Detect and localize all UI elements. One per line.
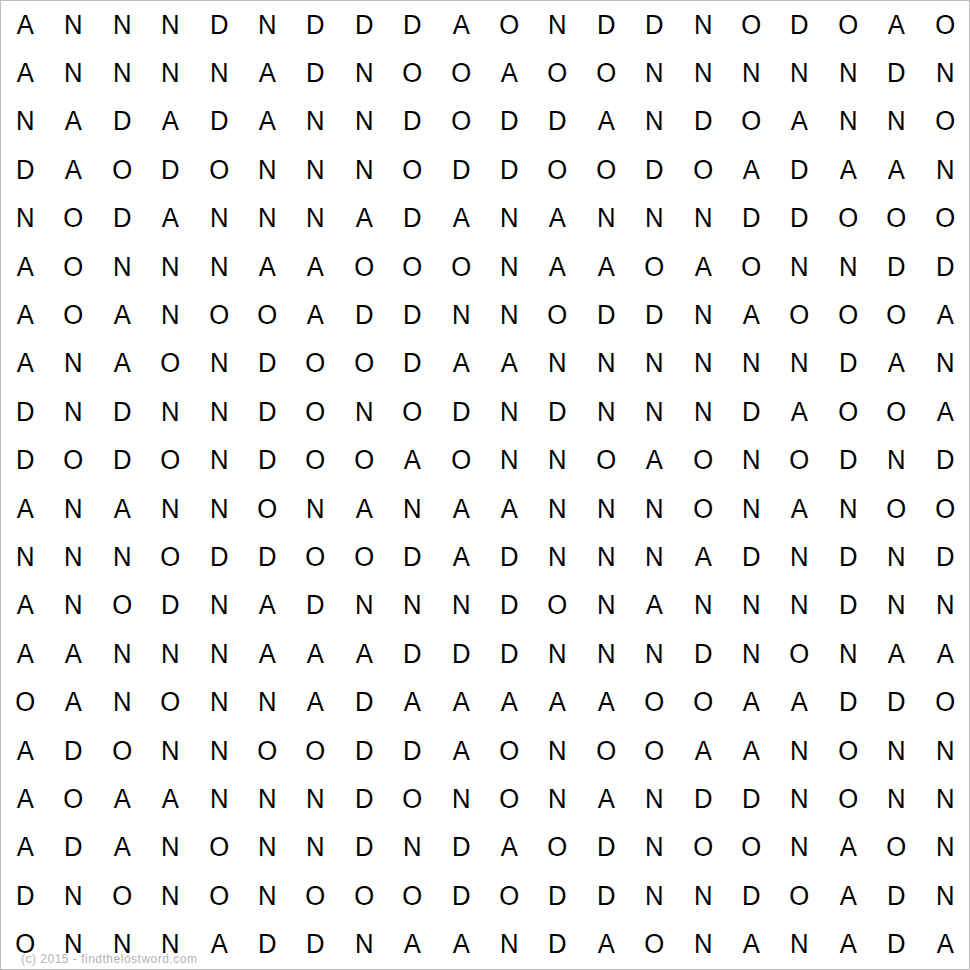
grid-cell[interactable]: N bbox=[147, 824, 193, 872]
grid-cell[interactable]: N bbox=[922, 824, 968, 872]
grid-cell[interactable]: N bbox=[244, 679, 290, 727]
grid-cell[interactable]: N bbox=[51, 388, 97, 436]
grid-cell[interactable]: O bbox=[873, 195, 919, 243]
grid-cell[interactable]: O bbox=[51, 195, 97, 243]
grid-cell[interactable]: N bbox=[535, 775, 581, 823]
grid-cell[interactable]: A bbox=[341, 630, 387, 678]
grid-cell[interactable]: N bbox=[341, 49, 387, 97]
grid-cell[interactable]: N bbox=[825, 49, 871, 97]
grid-cell[interactable]: D bbox=[583, 872, 629, 920]
grid-cell[interactable]: N bbox=[341, 388, 387, 436]
grid-cell[interactable]: A bbox=[922, 630, 968, 678]
grid-cell[interactable]: N bbox=[293, 485, 339, 533]
grid-cell[interactable]: O bbox=[535, 49, 581, 97]
grid-cell[interactable]: O bbox=[51, 437, 97, 485]
grid-cell[interactable]: N bbox=[728, 49, 774, 97]
grid-cell[interactable]: N bbox=[631, 340, 677, 388]
grid-cell[interactable]: N bbox=[728, 340, 774, 388]
grid-cell[interactable]: D bbox=[196, 1, 242, 49]
grid-cell[interactable]: N bbox=[244, 146, 290, 194]
grid-cell[interactable]: D bbox=[99, 195, 145, 243]
grid-cell[interactable]: A bbox=[341, 195, 387, 243]
grid-cell[interactable]: N bbox=[825, 98, 871, 146]
grid-cell[interactable]: O bbox=[777, 630, 823, 678]
grid-cell[interactable]: A bbox=[2, 630, 48, 678]
grid-cell[interactable]: O bbox=[777, 291, 823, 339]
grid-cell[interactable]: O bbox=[631, 679, 677, 727]
grid-cell[interactable]: A bbox=[244, 49, 290, 97]
grid-cell[interactable]: N bbox=[922, 872, 968, 920]
grid-cell[interactable]: D bbox=[486, 630, 532, 678]
grid-cell[interactable]: N bbox=[196, 485, 242, 533]
grid-cell[interactable]: N bbox=[631, 388, 677, 436]
grid-cell[interactable]: A bbox=[438, 1, 484, 49]
grid-cell[interactable]: N bbox=[583, 582, 629, 630]
grid-cell[interactable]: D bbox=[438, 872, 484, 920]
grid-cell[interactable]: D bbox=[873, 679, 919, 727]
grid-cell[interactable]: A bbox=[438, 727, 484, 775]
grid-cell[interactable]: O bbox=[389, 146, 435, 194]
grid-cell[interactable]: D bbox=[922, 243, 968, 291]
grid-cell[interactable]: A bbox=[777, 485, 823, 533]
grid-cell[interactable]: N bbox=[147, 872, 193, 920]
grid-cell[interactable]: O bbox=[341, 533, 387, 581]
grid-cell[interactable]: D bbox=[2, 146, 48, 194]
grid-cell[interactable]: N bbox=[922, 340, 968, 388]
grid-cell[interactable]: D bbox=[244, 437, 290, 485]
grid-cell[interactable]: A bbox=[535, 195, 581, 243]
grid-cell[interactable]: N bbox=[777, 340, 823, 388]
grid-cell[interactable]: A bbox=[825, 824, 871, 872]
grid-cell[interactable]: O bbox=[486, 1, 532, 49]
grid-cell[interactable]: N bbox=[486, 243, 532, 291]
grid-cell[interactable]: N bbox=[147, 630, 193, 678]
grid-cell[interactable]: O bbox=[389, 243, 435, 291]
grid-cell[interactable]: N bbox=[631, 485, 677, 533]
grid-cell[interactable]: A bbox=[99, 485, 145, 533]
grid-cell[interactable]: N bbox=[777, 775, 823, 823]
grid-cell[interactable]: O bbox=[583, 437, 629, 485]
grid-cell[interactable]: N bbox=[631, 824, 677, 872]
grid-cell[interactable]: O bbox=[293, 340, 339, 388]
grid-cell[interactable]: A bbox=[825, 146, 871, 194]
grid-cell[interactable]: N bbox=[680, 291, 726, 339]
grid-cell[interactable]: A bbox=[922, 291, 968, 339]
grid-cell[interactable]: N bbox=[825, 243, 871, 291]
grid-cell[interactable]: O bbox=[99, 872, 145, 920]
grid-cell[interactable]: N bbox=[99, 243, 145, 291]
grid-cell[interactable]: O bbox=[680, 146, 726, 194]
grid-cell[interactable]: D bbox=[631, 291, 677, 339]
grid-cell[interactable]: D bbox=[583, 1, 629, 49]
grid-cell[interactable]: O bbox=[389, 388, 435, 436]
grid-cell[interactable]: A bbox=[389, 679, 435, 727]
grid-cell[interactable]: D bbox=[147, 582, 193, 630]
grid-cell[interactable]: A bbox=[535, 679, 581, 727]
grid-cell[interactable]: O bbox=[244, 291, 290, 339]
grid-cell[interactable]: D bbox=[873, 243, 919, 291]
grid-cell[interactable]: D bbox=[99, 388, 145, 436]
grid-cell[interactable]: A bbox=[51, 146, 97, 194]
grid-cell[interactable]: D bbox=[728, 775, 774, 823]
grid-cell[interactable]: A bbox=[777, 679, 823, 727]
grid-cell[interactable]: N bbox=[680, 582, 726, 630]
grid-cell[interactable]: A bbox=[293, 630, 339, 678]
grid-cell[interactable]: O bbox=[244, 485, 290, 533]
grid-cell[interactable]: A bbox=[535, 243, 581, 291]
grid-cell[interactable]: N bbox=[825, 630, 871, 678]
grid-cell[interactable]: N bbox=[147, 243, 193, 291]
grid-cell[interactable]: A bbox=[244, 98, 290, 146]
grid-cell[interactable]: N bbox=[535, 437, 581, 485]
grid-cell[interactable]: D bbox=[51, 824, 97, 872]
grid-cell[interactable]: D bbox=[777, 195, 823, 243]
grid-cell[interactable]: A bbox=[244, 243, 290, 291]
grid-cell[interactable]: N bbox=[631, 872, 677, 920]
grid-cell[interactable]: A bbox=[438, 485, 484, 533]
grid-cell[interactable]: O bbox=[728, 98, 774, 146]
grid-cell[interactable]: N bbox=[873, 437, 919, 485]
grid-cell[interactable]: N bbox=[922, 49, 968, 97]
grid-cell[interactable]: N bbox=[535, 340, 581, 388]
grid-cell[interactable]: O bbox=[293, 872, 339, 920]
grid-cell[interactable]: A bbox=[2, 243, 48, 291]
grid-cell[interactable]: O bbox=[631, 243, 677, 291]
grid-cell[interactable]: N bbox=[341, 146, 387, 194]
grid-cell[interactable]: A bbox=[438, 533, 484, 581]
grid-cell[interactable]: O bbox=[680, 437, 726, 485]
grid-cell[interactable]: O bbox=[825, 388, 871, 436]
grid-cell[interactable]: O bbox=[147, 679, 193, 727]
grid-cell[interactable]: N bbox=[728, 437, 774, 485]
grid-cell[interactable]: D bbox=[486, 98, 532, 146]
grid-cell[interactable]: O bbox=[535, 824, 581, 872]
grid-cell[interactable]: D bbox=[341, 727, 387, 775]
grid-cell[interactable]: O bbox=[341, 437, 387, 485]
grid-cell[interactable]: N bbox=[244, 824, 290, 872]
grid-cell[interactable]: N bbox=[728, 582, 774, 630]
grid-cell[interactable]: D bbox=[728, 388, 774, 436]
grid-cell[interactable]: D bbox=[389, 98, 435, 146]
grid-cell[interactable]: D bbox=[244, 921, 290, 969]
grid-cell[interactable]: O bbox=[51, 243, 97, 291]
grid-cell[interactable]: A bbox=[825, 921, 871, 969]
grid-cell[interactable]: A bbox=[293, 243, 339, 291]
grid-cell[interactable]: A bbox=[486, 824, 532, 872]
grid-cell[interactable]: O bbox=[825, 1, 871, 49]
grid-cell[interactable]: N bbox=[51, 340, 97, 388]
grid-cell[interactable]: N bbox=[486, 291, 532, 339]
grid-cell[interactable]: O bbox=[389, 872, 435, 920]
grid-cell[interactable]: N bbox=[631, 775, 677, 823]
grid-cell[interactable]: N bbox=[583, 485, 629, 533]
grid-cell[interactable]: O bbox=[583, 727, 629, 775]
grid-cell[interactable]: N bbox=[99, 679, 145, 727]
grid-cell[interactable]: N bbox=[99, 1, 145, 49]
grid-cell[interactable]: D bbox=[51, 727, 97, 775]
grid-cell[interactable]: O bbox=[147, 533, 193, 581]
grid-cell[interactable]: O bbox=[922, 195, 968, 243]
grid-cell[interactable]: N bbox=[147, 1, 193, 49]
grid-cell[interactable]: O bbox=[777, 872, 823, 920]
grid-cell[interactable]: O bbox=[631, 921, 677, 969]
grid-cell[interactable]: A bbox=[2, 775, 48, 823]
grid-cell[interactable]: A bbox=[922, 921, 968, 969]
grid-cell[interactable]: N bbox=[293, 824, 339, 872]
grid-cell[interactable]: O bbox=[873, 824, 919, 872]
grid-cell[interactable]: N bbox=[680, 195, 726, 243]
grid-cell[interactable]: A bbox=[728, 921, 774, 969]
grid-cell[interactable]: D bbox=[389, 630, 435, 678]
grid-cell[interactable]: N bbox=[583, 195, 629, 243]
grid-cell[interactable]: A bbox=[873, 146, 919, 194]
grid-cell[interactable]: N bbox=[341, 921, 387, 969]
grid-cell[interactable]: N bbox=[196, 582, 242, 630]
grid-cell[interactable]: D bbox=[486, 146, 532, 194]
grid-cell[interactable]: D bbox=[2, 872, 48, 920]
grid-cell[interactable]: N bbox=[583, 340, 629, 388]
grid-cell[interactable]: A bbox=[51, 679, 97, 727]
grid-cell[interactable]: O bbox=[680, 824, 726, 872]
grid-cell[interactable]: D bbox=[389, 195, 435, 243]
grid-cell[interactable]: D bbox=[728, 195, 774, 243]
grid-cell[interactable]: N bbox=[51, 1, 97, 49]
grid-cell[interactable]: A bbox=[244, 582, 290, 630]
grid-cell[interactable]: A bbox=[293, 679, 339, 727]
grid-cell[interactable]: D bbox=[777, 1, 823, 49]
grid-cell[interactable]: O bbox=[99, 582, 145, 630]
grid-cell[interactable]: N bbox=[438, 582, 484, 630]
grid-cell[interactable]: O bbox=[438, 243, 484, 291]
grid-cell[interactable]: D bbox=[873, 49, 919, 97]
grid-cell[interactable]: D bbox=[631, 146, 677, 194]
grid-cell[interactable]: O bbox=[293, 388, 339, 436]
grid-cell[interactable]: N bbox=[244, 1, 290, 49]
grid-cell[interactable]: D bbox=[244, 533, 290, 581]
grid-cell[interactable]: D bbox=[728, 872, 774, 920]
grid-cell[interactable]: D bbox=[438, 824, 484, 872]
grid-cell[interactable]: N bbox=[196, 49, 242, 97]
grid-cell[interactable]: D bbox=[728, 533, 774, 581]
grid-cell[interactable]: N bbox=[196, 388, 242, 436]
grid-cell[interactable]: O bbox=[196, 872, 242, 920]
grid-cell[interactable]: N bbox=[51, 49, 97, 97]
grid-cell[interactable]: O bbox=[341, 340, 387, 388]
grid-cell[interactable]: N bbox=[196, 679, 242, 727]
grid-cell[interactable]: N bbox=[389, 582, 435, 630]
grid-cell[interactable]: A bbox=[583, 243, 629, 291]
grid-cell[interactable]: N bbox=[2, 533, 48, 581]
grid-cell[interactable]: O bbox=[147, 437, 193, 485]
grid-cell[interactable]: N bbox=[873, 775, 919, 823]
grid-cell[interactable]: N bbox=[438, 291, 484, 339]
grid-cell[interactable]: N bbox=[293, 98, 339, 146]
grid-cell[interactable]: N bbox=[293, 775, 339, 823]
grid-cell[interactable]: N bbox=[196, 437, 242, 485]
grid-cell[interactable]: A bbox=[293, 291, 339, 339]
grid-cell[interactable]: D bbox=[825, 437, 871, 485]
grid-cell[interactable]: D bbox=[438, 388, 484, 436]
grid-cell[interactable]: D bbox=[873, 872, 919, 920]
grid-cell[interactable]: N bbox=[922, 727, 968, 775]
grid-cell[interactable]: D bbox=[825, 582, 871, 630]
grid-cell[interactable]: N bbox=[631, 533, 677, 581]
grid-cell[interactable]: N bbox=[99, 49, 145, 97]
grid-cell[interactable]: N bbox=[922, 582, 968, 630]
grid-cell[interactable]: A bbox=[51, 98, 97, 146]
grid-cell[interactable]: O bbox=[293, 437, 339, 485]
grid-cell[interactable]: N bbox=[777, 582, 823, 630]
grid-cell[interactable]: N bbox=[99, 533, 145, 581]
grid-cell[interactable]: O bbox=[728, 824, 774, 872]
grid-cell[interactable]: D bbox=[583, 291, 629, 339]
grid-cell[interactable]: O bbox=[51, 775, 97, 823]
grid-cell[interactable]: O bbox=[196, 146, 242, 194]
grid-cell[interactable]: N bbox=[147, 485, 193, 533]
grid-cell[interactable]: N bbox=[631, 630, 677, 678]
grid-cell[interactable]: O bbox=[631, 727, 677, 775]
grid-cell[interactable]: O bbox=[341, 872, 387, 920]
grid-cell[interactable]: D bbox=[777, 146, 823, 194]
grid-cell[interactable]: N bbox=[389, 485, 435, 533]
grid-cell[interactable]: D bbox=[341, 291, 387, 339]
grid-cell[interactable]: N bbox=[583, 388, 629, 436]
grid-cell[interactable]: D bbox=[99, 437, 145, 485]
grid-cell[interactable]: N bbox=[147, 291, 193, 339]
grid-cell[interactable]: O bbox=[389, 49, 435, 97]
grid-cell[interactable]: O bbox=[2, 679, 48, 727]
grid-cell[interactable]: O bbox=[535, 291, 581, 339]
grid-cell[interactable]: A bbox=[631, 437, 677, 485]
grid-cell[interactable]: O bbox=[293, 727, 339, 775]
grid-cell[interactable]: O bbox=[777, 437, 823, 485]
grid-cell[interactable]: D bbox=[293, 921, 339, 969]
grid-cell[interactable]: D bbox=[196, 98, 242, 146]
grid-cell[interactable]: N bbox=[486, 921, 532, 969]
grid-cell[interactable]: O bbox=[196, 291, 242, 339]
grid-cell[interactable]: N bbox=[583, 630, 629, 678]
grid-cell[interactable]: A bbox=[873, 340, 919, 388]
grid-cell[interactable]: N bbox=[486, 437, 532, 485]
grid-cell[interactable]: A bbox=[389, 437, 435, 485]
grid-cell[interactable]: A bbox=[873, 630, 919, 678]
grid-cell[interactable]: N bbox=[99, 630, 145, 678]
grid-cell[interactable]: D bbox=[680, 98, 726, 146]
grid-cell[interactable]: D bbox=[680, 630, 726, 678]
grid-cell[interactable]: O bbox=[825, 291, 871, 339]
grid-cell[interactable]: A bbox=[51, 630, 97, 678]
grid-cell[interactable]: O bbox=[922, 679, 968, 727]
grid-cell[interactable]: O bbox=[486, 727, 532, 775]
grid-cell[interactable]: O bbox=[680, 485, 726, 533]
grid-cell[interactable]: A bbox=[438, 340, 484, 388]
grid-cell[interactable]: A bbox=[728, 291, 774, 339]
grid-cell[interactable]: N bbox=[535, 630, 581, 678]
grid-cell[interactable]: A bbox=[2, 291, 48, 339]
grid-cell[interactable]: N bbox=[777, 921, 823, 969]
grid-cell[interactable]: O bbox=[680, 679, 726, 727]
grid-cell[interactable]: O bbox=[583, 49, 629, 97]
grid-cell[interactable]: A bbox=[438, 921, 484, 969]
grid-cell[interactable]: N bbox=[51, 582, 97, 630]
grid-cell[interactable]: N bbox=[535, 727, 581, 775]
grid-cell[interactable]: O bbox=[438, 49, 484, 97]
grid-cell[interactable]: A bbox=[583, 98, 629, 146]
grid-cell[interactable]: A bbox=[2, 582, 48, 630]
grid-cell[interactable]: D bbox=[2, 388, 48, 436]
grid-cell[interactable]: D bbox=[389, 291, 435, 339]
grid-cell[interactable]: A bbox=[438, 679, 484, 727]
grid-cell[interactable]: N bbox=[535, 485, 581, 533]
grid-cell[interactable]: D bbox=[244, 388, 290, 436]
grid-cell[interactable]: A bbox=[147, 195, 193, 243]
grid-cell[interactable]: D bbox=[486, 582, 532, 630]
grid-cell[interactable]: A bbox=[2, 49, 48, 97]
grid-cell[interactable]: D bbox=[535, 921, 581, 969]
grid-cell[interactable]: N bbox=[631, 98, 677, 146]
grid-cell[interactable]: D bbox=[438, 630, 484, 678]
grid-cell[interactable]: N bbox=[51, 872, 97, 920]
grid-cell[interactable]: D bbox=[438, 146, 484, 194]
grid-cell[interactable]: O bbox=[196, 824, 242, 872]
grid-cell[interactable]: A bbox=[680, 243, 726, 291]
grid-cell[interactable]: N bbox=[244, 775, 290, 823]
grid-cell[interactable]: N bbox=[196, 775, 242, 823]
grid-cell[interactable]: A bbox=[728, 146, 774, 194]
grid-cell[interactable]: D bbox=[341, 1, 387, 49]
grid-cell[interactable]: N bbox=[728, 630, 774, 678]
grid-cell[interactable]: N bbox=[196, 727, 242, 775]
grid-cell[interactable]: O bbox=[535, 582, 581, 630]
grid-cell[interactable]: O bbox=[535, 146, 581, 194]
grid-cell[interactable]: N bbox=[244, 195, 290, 243]
grid-cell[interactable]: A bbox=[486, 49, 532, 97]
grid-cell[interactable]: N bbox=[147, 727, 193, 775]
grid-cell[interactable]: A bbox=[341, 485, 387, 533]
grid-cell[interactable]: D bbox=[825, 533, 871, 581]
grid-cell[interactable]: N bbox=[535, 533, 581, 581]
grid-cell[interactable]: A bbox=[147, 98, 193, 146]
grid-cell[interactable]: N bbox=[680, 49, 726, 97]
grid-cell[interactable]: A bbox=[680, 533, 726, 581]
grid-cell[interactable]: A bbox=[728, 727, 774, 775]
grid-cell[interactable]: A bbox=[825, 872, 871, 920]
grid-cell[interactable]: N bbox=[293, 195, 339, 243]
grid-cell[interactable]: O bbox=[873, 291, 919, 339]
grid-cell[interactable]: N bbox=[535, 1, 581, 49]
grid-cell[interactable]: A bbox=[777, 98, 823, 146]
grid-cell[interactable]: N bbox=[341, 582, 387, 630]
grid-cell[interactable]: N bbox=[728, 485, 774, 533]
grid-cell[interactable]: A bbox=[873, 1, 919, 49]
grid-cell[interactable]: A bbox=[486, 679, 532, 727]
grid-cell[interactable]: N bbox=[777, 824, 823, 872]
grid-cell[interactable]: O bbox=[293, 533, 339, 581]
grid-cell[interactable]: D bbox=[99, 98, 145, 146]
grid-cell[interactable]: A bbox=[486, 485, 532, 533]
grid-cell[interactable]: A bbox=[631, 582, 677, 630]
grid-cell[interactable]: N bbox=[438, 775, 484, 823]
grid-cell[interactable]: N bbox=[922, 146, 968, 194]
grid-cell[interactable]: N bbox=[873, 727, 919, 775]
grid-cell[interactable]: A bbox=[922, 388, 968, 436]
grid-cell[interactable]: N bbox=[196, 340, 242, 388]
grid-cell[interactable]: N bbox=[2, 195, 48, 243]
grid-cell[interactable]: N bbox=[922, 775, 968, 823]
grid-cell[interactable]: D bbox=[583, 824, 629, 872]
grid-cell[interactable]: D bbox=[922, 437, 968, 485]
grid-cell[interactable]: N bbox=[486, 388, 532, 436]
